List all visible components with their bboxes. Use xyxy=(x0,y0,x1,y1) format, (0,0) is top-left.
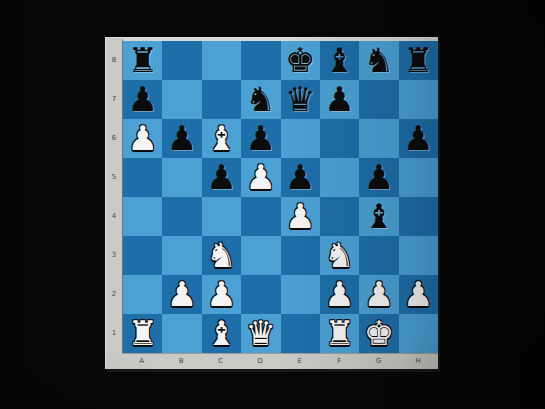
square-a2[interactable] xyxy=(123,275,162,314)
square-h6[interactable]: ♟ xyxy=(399,119,438,158)
square-g4[interactable]: ♝ xyxy=(359,197,398,236)
black-knight-piece: ♞ xyxy=(246,82,276,116)
square-c3[interactable]: ♞ xyxy=(202,236,241,275)
white-bishop-piece: ♝ xyxy=(206,316,236,350)
black-pawn-piece: ♟ xyxy=(364,160,394,194)
white-pawn-piece: ♟ xyxy=(127,121,157,155)
square-c5[interactable]: ♟ xyxy=(202,158,241,197)
square-b5[interactable] xyxy=(162,158,201,197)
square-c4[interactable] xyxy=(202,197,241,236)
square-b8[interactable] xyxy=(162,41,201,80)
square-g7[interactable] xyxy=(359,80,398,119)
square-h3[interactable] xyxy=(399,236,438,275)
square-h1[interactable] xyxy=(399,314,438,353)
square-f5[interactable] xyxy=(320,158,359,197)
black-queen-piece: ♛ xyxy=(285,82,315,116)
square-g1[interactable]: ♚ xyxy=(359,314,398,353)
square-d8[interactable] xyxy=(241,41,280,80)
square-a8[interactable]: ♜ xyxy=(123,41,162,80)
white-bishop-piece: ♝ xyxy=(206,121,236,155)
black-pawn-piece: ♟ xyxy=(403,121,433,155)
black-knight-piece: ♞ xyxy=(364,43,394,77)
file-label-a: A xyxy=(122,354,162,369)
square-d6[interactable]: ♟ xyxy=(241,119,280,158)
square-e7[interactable]: ♛ xyxy=(281,80,320,119)
square-g3[interactable] xyxy=(359,236,398,275)
square-e4[interactable]: ♟ xyxy=(281,197,320,236)
square-d7[interactable]: ♞ xyxy=(241,80,280,119)
square-e6[interactable] xyxy=(281,119,320,158)
rank-label-2: 2 xyxy=(106,275,122,314)
video-frame: 87654321 ♜♚♝♞♜♟♞♛♟♟♟♝♟♟♟♟♟♟♟♝♞♞♟♟♟♟♟♜♝♛♜… xyxy=(0,0,545,409)
white-pawn-piece: ♟ xyxy=(246,160,276,194)
square-d1[interactable]: ♛ xyxy=(241,314,280,353)
square-e2[interactable] xyxy=(281,275,320,314)
file-label-b: B xyxy=(162,354,202,369)
square-b2[interactable]: ♟ xyxy=(162,275,201,314)
square-f7[interactable]: ♟ xyxy=(320,80,359,119)
square-b6[interactable]: ♟ xyxy=(162,119,201,158)
square-b3[interactable] xyxy=(162,236,201,275)
square-c7[interactable] xyxy=(202,80,241,119)
white-knight-piece: ♞ xyxy=(206,238,236,272)
white-pawn-piece: ♟ xyxy=(285,199,315,233)
square-f4[interactable] xyxy=(320,197,359,236)
black-pawn-piece: ♟ xyxy=(246,121,276,155)
board-panel: 87654321 ♜♚♝♞♜♟♞♛♟♟♟♝♟♟♟♟♟♟♟♝♞♞♟♟♟♟♟♜♝♛♜… xyxy=(105,37,438,369)
white-pawn-piece: ♟ xyxy=(364,277,394,311)
square-d3[interactable] xyxy=(241,236,280,275)
square-g5[interactable]: ♟ xyxy=(359,158,398,197)
white-rook-piece: ♜ xyxy=(324,316,354,350)
black-pawn-piece: ♟ xyxy=(206,160,236,194)
square-b4[interactable] xyxy=(162,197,201,236)
rank-label-1: 1 xyxy=(106,314,122,353)
square-b7[interactable] xyxy=(162,80,201,119)
square-f8[interactable]: ♝ xyxy=(320,41,359,80)
black-rook-piece: ♜ xyxy=(127,43,157,77)
rank-label-3: 3 xyxy=(106,236,122,275)
white-knight-piece: ♞ xyxy=(324,238,354,272)
square-f2[interactable]: ♟ xyxy=(320,275,359,314)
white-king-piece: ♚ xyxy=(364,316,394,350)
black-king-piece: ♚ xyxy=(285,43,315,77)
white-pawn-piece: ♟ xyxy=(403,277,433,311)
square-f6[interactable] xyxy=(320,119,359,158)
black-rook-piece: ♜ xyxy=(403,43,433,77)
rank-label-7: 7 xyxy=(106,80,122,119)
square-d4[interactable] xyxy=(241,197,280,236)
square-f3[interactable]: ♞ xyxy=(320,236,359,275)
black-pawn-piece: ♟ xyxy=(167,121,197,155)
rank-label-6: 6 xyxy=(106,119,122,158)
square-h8[interactable]: ♜ xyxy=(399,41,438,80)
black-pawn-piece: ♟ xyxy=(127,82,157,116)
black-bishop-piece: ♝ xyxy=(324,43,354,77)
square-d5[interactable]: ♟ xyxy=(241,158,280,197)
square-h2[interactable]: ♟ xyxy=(399,275,438,314)
file-label-h: H xyxy=(399,354,439,369)
black-bishop-piece: ♝ xyxy=(364,199,394,233)
square-h4[interactable] xyxy=(399,197,438,236)
square-g8[interactable]: ♞ xyxy=(359,41,398,80)
square-e8[interactable]: ♚ xyxy=(281,41,320,80)
square-a7[interactable]: ♟ xyxy=(123,80,162,119)
square-c1[interactable]: ♝ xyxy=(202,314,241,353)
square-d2[interactable] xyxy=(241,275,280,314)
square-f1[interactable]: ♜ xyxy=(320,314,359,353)
file-label-c: C xyxy=(201,354,241,369)
white-pawn-piece: ♟ xyxy=(324,277,354,311)
white-queen-piece: ♛ xyxy=(246,316,276,350)
rank-label-4: 4 xyxy=(106,197,122,236)
file-label-d: D xyxy=(241,354,281,369)
square-b1[interactable] xyxy=(162,314,201,353)
rank-label-8: 8 xyxy=(106,41,122,80)
square-c2[interactable]: ♟ xyxy=(202,275,241,314)
rank-labels: 87654321 xyxy=(106,38,122,353)
square-h5[interactable] xyxy=(399,158,438,197)
square-h7[interactable] xyxy=(399,80,438,119)
white-pawn-piece: ♟ xyxy=(167,277,197,311)
white-pawn-piece: ♟ xyxy=(206,277,236,311)
square-g6[interactable] xyxy=(359,119,398,158)
square-g2[interactable]: ♟ xyxy=(359,275,398,314)
square-e5[interactable]: ♟ xyxy=(281,158,320,197)
square-a1[interactable]: ♜ xyxy=(123,314,162,353)
square-a5[interactable] xyxy=(123,158,162,197)
file-label-f: F xyxy=(320,354,360,369)
square-a4[interactable] xyxy=(123,197,162,236)
square-a6[interactable]: ♟ xyxy=(123,119,162,158)
square-c6[interactable]: ♝ xyxy=(202,119,241,158)
file-label-e: E xyxy=(280,354,320,369)
square-e1[interactable] xyxy=(281,314,320,353)
square-a3[interactable] xyxy=(123,236,162,275)
chess-board: ♜♚♝♞♜♟♞♛♟♟♟♝♟♟♟♟♟♟♟♝♞♞♟♟♟♟♟♜♝♛♜♚ xyxy=(122,38,438,353)
black-pawn-piece: ♟ xyxy=(324,82,354,116)
square-c8[interactable] xyxy=(202,41,241,80)
file-labels: ABCDEFGH xyxy=(122,353,438,369)
panel-corner xyxy=(106,353,122,369)
square-e3[interactable] xyxy=(281,236,320,275)
black-pawn-piece: ♟ xyxy=(285,160,315,194)
file-label-g: G xyxy=(359,354,399,369)
white-rook-piece: ♜ xyxy=(127,316,157,350)
rank-label-5: 5 xyxy=(106,158,122,197)
